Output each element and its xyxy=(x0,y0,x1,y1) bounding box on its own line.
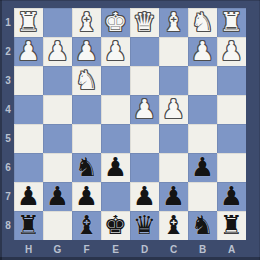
black-pawn: ♟ xyxy=(75,182,98,211)
rank-label-4: 4 xyxy=(0,95,14,124)
black-pawn: ♟ xyxy=(17,182,40,211)
square-c5[interactable] xyxy=(159,124,188,153)
square-f1[interactable]: ♝ xyxy=(72,8,101,37)
square-h3[interactable] xyxy=(14,66,43,95)
black-bishop: ♝ xyxy=(75,211,98,240)
square-c8[interactable]: ♝ xyxy=(159,211,188,240)
square-a8[interactable]: ♜ xyxy=(217,211,246,240)
square-e2[interactable]: ♟ xyxy=(101,37,130,66)
square-d1[interactable]: ♛ xyxy=(130,8,159,37)
white-pawn: ♟ xyxy=(162,95,185,124)
square-c1[interactable]: ♝ xyxy=(159,8,188,37)
square-g2[interactable]: ♟ xyxy=(43,37,72,66)
black-pawn: ♟ xyxy=(191,153,214,182)
rank-label-8: 8 xyxy=(0,211,14,240)
square-e6[interactable]: ♟ xyxy=(101,153,130,182)
white-knight: ♞ xyxy=(191,8,214,37)
square-b4[interactable] xyxy=(188,95,217,124)
file-label-d: D xyxy=(130,242,159,256)
square-f2[interactable]: ♟ xyxy=(72,37,101,66)
square-b8[interactable]: ♞ xyxy=(188,211,217,240)
black-pawn: ♟ xyxy=(104,153,127,182)
square-d5[interactable] xyxy=(130,124,159,153)
chess-diagram: 12345678 ♜♝♚♛♝♞♜♟♟♟♟♟♟♞♟♟♞♟♟♟♟♟♟♟♟♜♝♚♛♝♞… xyxy=(0,0,260,260)
square-g4[interactable] xyxy=(43,95,72,124)
black-rook: ♜ xyxy=(17,211,40,240)
square-a2[interactable]: ♟ xyxy=(217,37,246,66)
square-a7[interactable]: ♟ xyxy=(217,182,246,211)
white-knight: ♞ xyxy=(75,66,98,95)
file-label-f: F xyxy=(72,242,101,256)
square-h1[interactable]: ♜ xyxy=(14,8,43,37)
white-rook: ♜ xyxy=(17,8,40,37)
black-knight: ♞ xyxy=(75,153,98,182)
square-a3[interactable] xyxy=(217,66,246,95)
square-c4[interactable]: ♟ xyxy=(159,95,188,124)
white-pawn: ♟ xyxy=(220,37,243,66)
square-d3[interactable] xyxy=(130,66,159,95)
square-f8[interactable]: ♝ xyxy=(72,211,101,240)
square-h2[interactable]: ♟ xyxy=(14,37,43,66)
square-f4[interactable] xyxy=(72,95,101,124)
rank-label-5: 5 xyxy=(0,124,14,153)
file-label-b: B xyxy=(188,242,217,256)
black-pawn: ♟ xyxy=(220,182,243,211)
square-d4[interactable]: ♟ xyxy=(130,95,159,124)
black-rook: ♜ xyxy=(220,211,243,240)
square-e4[interactable] xyxy=(101,95,130,124)
square-g3[interactable] xyxy=(43,66,72,95)
square-b6[interactable]: ♟ xyxy=(188,153,217,182)
square-g6[interactable] xyxy=(43,153,72,182)
file-labels: HGFEDCBA xyxy=(14,242,246,256)
square-e5[interactable] xyxy=(101,124,130,153)
white-pawn: ♟ xyxy=(75,37,98,66)
white-pawn: ♟ xyxy=(46,37,69,66)
file-label-a: A xyxy=(217,242,246,256)
rank-label-1: 1 xyxy=(0,8,14,37)
rank-labels: 12345678 xyxy=(0,8,14,240)
white-queen: ♛ xyxy=(133,8,156,37)
square-d2[interactable] xyxy=(130,37,159,66)
square-g5[interactable] xyxy=(43,124,72,153)
square-b2[interactable]: ♟ xyxy=(188,37,217,66)
black-pawn: ♟ xyxy=(133,182,156,211)
chess-board: ♜♝♚♛♝♞♜♟♟♟♟♟♟♞♟♟♞♟♟♟♟♟♟♟♟♜♝♚♛♝♞♜ xyxy=(14,8,246,240)
square-e7[interactable] xyxy=(101,182,130,211)
square-h7[interactable]: ♟ xyxy=(14,182,43,211)
square-f3[interactable]: ♞ xyxy=(72,66,101,95)
square-e8[interactable]: ♚ xyxy=(101,211,130,240)
black-pawn: ♟ xyxy=(162,182,185,211)
white-rook: ♜ xyxy=(220,8,243,37)
square-a5[interactable] xyxy=(217,124,246,153)
square-b1[interactable]: ♞ xyxy=(188,8,217,37)
square-g7[interactable]: ♟ xyxy=(43,182,72,211)
black-queen: ♛ xyxy=(133,211,156,240)
rank-label-6: 6 xyxy=(0,153,14,182)
square-c7[interactable]: ♟ xyxy=(159,182,188,211)
square-d7[interactable]: ♟ xyxy=(130,182,159,211)
square-c3[interactable] xyxy=(159,66,188,95)
square-h8[interactable]: ♜ xyxy=(14,211,43,240)
black-king: ♚ xyxy=(104,211,127,240)
square-d8[interactable]: ♛ xyxy=(130,211,159,240)
square-c2[interactable] xyxy=(159,37,188,66)
file-label-c: C xyxy=(159,242,188,256)
square-g1[interactable] xyxy=(43,8,72,37)
square-h4[interactable] xyxy=(14,95,43,124)
square-d6[interactable] xyxy=(130,153,159,182)
square-b3[interactable] xyxy=(188,66,217,95)
square-f6[interactable]: ♞ xyxy=(72,153,101,182)
rank-label-3: 3 xyxy=(0,66,14,95)
black-bishop: ♝ xyxy=(162,211,185,240)
square-a1[interactable]: ♜ xyxy=(217,8,246,37)
square-a4[interactable] xyxy=(217,95,246,124)
black-knight: ♞ xyxy=(191,211,214,240)
black-pawn: ♟ xyxy=(46,182,69,211)
square-g8[interactable] xyxy=(43,211,72,240)
square-f5[interactable] xyxy=(72,124,101,153)
file-label-g: G xyxy=(43,242,72,256)
white-bishop: ♝ xyxy=(162,8,185,37)
white-bishop: ♝ xyxy=(75,8,98,37)
file-label-e: E xyxy=(101,242,130,256)
white-pawn: ♟ xyxy=(104,37,127,66)
square-a6[interactable] xyxy=(217,153,246,182)
square-f7[interactable]: ♟ xyxy=(72,182,101,211)
square-e3[interactable] xyxy=(101,66,130,95)
square-b7[interactable] xyxy=(188,182,217,211)
white-pawn: ♟ xyxy=(191,37,214,66)
square-c6[interactable] xyxy=(159,153,188,182)
white-pawn: ♟ xyxy=(133,95,156,124)
file-label-h: H xyxy=(14,242,43,256)
square-e1[interactable]: ♚ xyxy=(101,8,130,37)
square-h6[interactable] xyxy=(14,153,43,182)
white-pawn: ♟ xyxy=(17,37,40,66)
rank-label-7: 7 xyxy=(0,182,14,211)
square-h5[interactable] xyxy=(14,124,43,153)
square-b5[interactable] xyxy=(188,124,217,153)
white-king: ♚ xyxy=(104,8,127,37)
rank-label-2: 2 xyxy=(0,37,14,66)
